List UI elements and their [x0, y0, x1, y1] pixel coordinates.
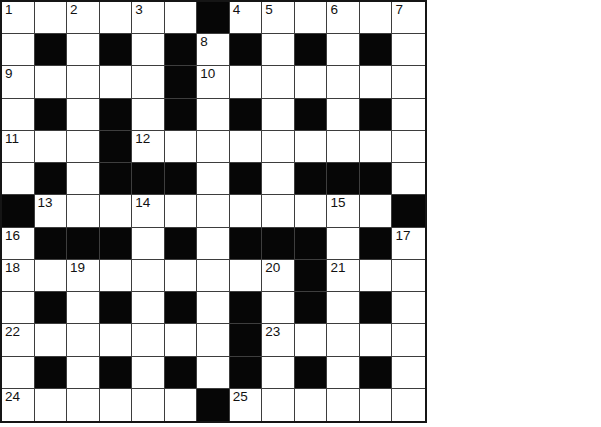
black-cell-r11c8 — [230, 324, 263, 356]
white-cell-r3c9[interactable] — [262, 66, 295, 98]
white-cell-r6c7[interactable] — [197, 163, 230, 195]
clue-number-5: 5 — [265, 3, 273, 17]
black-cell-r12c4 — [100, 357, 133, 389]
black-cell-r8c6 — [165, 228, 198, 260]
white-cell-r9c1[interactable]: 18 — [2, 260, 35, 292]
white-cell-r3c1[interactable]: 9 — [2, 66, 35, 98]
black-cell-r3c6 — [165, 66, 198, 98]
black-cell-r6c12 — [360, 163, 393, 195]
white-cell-r7c10[interactable] — [295, 195, 328, 227]
black-cell-r4c8 — [230, 99, 263, 131]
clue-number-4: 4 — [233, 3, 241, 17]
white-cell-r5c7[interactable] — [197, 131, 230, 163]
black-cell-r8c2 — [35, 228, 68, 260]
white-cell-r4c13[interactable] — [392, 99, 425, 131]
black-cell-r10c4 — [100, 292, 133, 324]
white-cell-r12c9[interactable] — [262, 357, 295, 389]
white-cell-r3c11[interactable] — [327, 66, 360, 98]
clue-number-16: 16 — [5, 229, 20, 243]
clue-number-18: 18 — [5, 261, 20, 275]
white-cell-r4c5[interactable] — [132, 99, 165, 131]
white-cell-r1c1[interactable]: 1 — [2, 2, 35, 34]
black-cell-r8c9 — [262, 228, 295, 260]
white-cell-r13c9[interactable] — [262, 389, 295, 421]
black-cell-r6c10 — [295, 163, 328, 195]
white-cell-r1c8[interactable]: 4 — [230, 2, 263, 34]
black-cell-r6c6 — [165, 163, 198, 195]
white-cell-r11c7[interactable] — [197, 324, 230, 356]
white-cell-r6c13[interactable] — [392, 163, 425, 195]
white-cell-r3c10[interactable] — [295, 66, 328, 98]
white-cell-r3c7[interactable]: 10 — [197, 66, 230, 98]
black-cell-r8c4 — [100, 228, 133, 260]
white-cell-r5c6[interactable] — [165, 131, 198, 163]
clue-number-3: 3 — [135, 3, 143, 17]
white-cell-r9c13[interactable] — [392, 260, 425, 292]
white-cell-r11c12[interactable] — [360, 324, 393, 356]
white-cell-r12c3[interactable] — [67, 357, 100, 389]
black-cell-r4c2 — [35, 99, 68, 131]
white-cell-r7c5[interactable]: 14 — [132, 195, 165, 227]
white-cell-r13c4[interactable] — [100, 389, 133, 421]
white-cell-r4c11[interactable] — [327, 99, 360, 131]
black-cell-r6c2 — [35, 163, 68, 195]
white-cell-r1c6[interactable] — [165, 2, 198, 34]
white-cell-r6c9[interactable] — [262, 163, 295, 195]
white-cell-r2c5[interactable] — [132, 34, 165, 66]
white-cell-r10c5[interactable] — [132, 292, 165, 324]
black-cell-r4c12 — [360, 99, 393, 131]
white-cell-r13c1[interactable]: 24 — [2, 389, 35, 421]
black-cell-r2c4 — [100, 34, 133, 66]
white-cell-r12c5[interactable] — [132, 357, 165, 389]
white-cell-r8c7[interactable] — [197, 228, 230, 260]
white-cell-r9c5[interactable] — [132, 260, 165, 292]
white-cell-r13c13[interactable] — [392, 389, 425, 421]
black-cell-r2c10 — [295, 34, 328, 66]
white-cell-r8c1[interactable]: 16 — [2, 228, 35, 260]
white-cell-r13c2[interactable] — [35, 389, 68, 421]
white-cell-r8c5[interactable] — [132, 228, 165, 260]
white-cell-r9c2[interactable] — [35, 260, 68, 292]
white-cell-r10c13[interactable] — [392, 292, 425, 324]
white-cell-r11c11[interactable] — [327, 324, 360, 356]
white-cell-r13c8[interactable]: 25 — [230, 389, 263, 421]
black-cell-r1c7 — [197, 2, 230, 34]
white-cell-r3c12[interactable] — [360, 66, 393, 98]
white-cell-r1c11[interactable]: 6 — [327, 2, 360, 34]
white-cell-r5c12[interactable] — [360, 131, 393, 163]
white-cell-r2c7[interactable]: 8 — [197, 34, 230, 66]
black-cell-r2c6 — [165, 34, 198, 66]
white-cell-r6c1[interactable] — [2, 163, 35, 195]
white-cell-r7c4[interactable] — [100, 195, 133, 227]
white-cell-r3c4[interactable] — [100, 66, 133, 98]
white-cell-r13c5[interactable] — [132, 389, 165, 421]
white-cell-r11c9[interactable]: 23 — [262, 324, 295, 356]
white-cell-r7c12[interactable] — [360, 195, 393, 227]
white-cell-r7c8[interactable] — [230, 195, 263, 227]
white-cell-r7c11[interactable]: 15 — [327, 195, 360, 227]
white-cell-r12c11[interactable] — [327, 357, 360, 389]
white-cell-r13c3[interactable] — [67, 389, 100, 421]
white-cell-r12c1[interactable] — [2, 357, 35, 389]
black-cell-r9c10 — [295, 260, 328, 292]
black-cell-r12c8 — [230, 357, 263, 389]
white-cell-r9c9[interactable]: 20 — [262, 260, 295, 292]
clue-number-7: 7 — [395, 3, 403, 17]
clue-number-24: 24 — [5, 390, 20, 404]
white-cell-r5c13[interactable] — [392, 131, 425, 163]
black-cell-r10c6 — [165, 292, 198, 324]
white-cell-r3c2[interactable] — [35, 66, 68, 98]
black-cell-r2c12 — [360, 34, 393, 66]
white-cell-r11c6[interactable] — [165, 324, 198, 356]
white-cell-r8c13[interactable]: 17 — [392, 228, 425, 260]
white-cell-r4c1[interactable] — [2, 99, 35, 131]
black-cell-r13c7 — [197, 389, 230, 421]
black-cell-r4c10 — [295, 99, 328, 131]
white-cell-r4c3[interactable] — [67, 99, 100, 131]
white-cell-r13c10[interactable] — [295, 389, 328, 421]
white-cell-r1c13[interactable]: 7 — [392, 2, 425, 34]
white-cell-r1c12[interactable] — [360, 2, 393, 34]
white-cell-r5c1[interactable]: 11 — [2, 131, 35, 163]
clue-number-22: 22 — [5, 325, 20, 339]
white-cell-r12c13[interactable] — [392, 357, 425, 389]
white-cell-r3c8[interactable] — [230, 66, 263, 98]
crossword-board: 1234567891011121314151617181920212223242… — [0, 0, 427, 423]
clue-number-13: 13 — [38, 196, 53, 210]
white-cell-r1c10[interactable] — [295, 2, 328, 34]
white-cell-r1c4[interactable] — [100, 2, 133, 34]
white-cell-r4c9[interactable] — [262, 99, 295, 131]
clue-number-20: 20 — [265, 261, 280, 275]
white-cell-r9c12[interactable] — [360, 260, 393, 292]
white-cell-r3c3[interactable] — [67, 66, 100, 98]
white-cell-r10c9[interactable] — [262, 292, 295, 324]
white-cell-r12c7[interactable] — [197, 357, 230, 389]
white-cell-r11c1[interactable]: 22 — [2, 324, 35, 356]
black-cell-r10c10 — [295, 292, 328, 324]
white-cell-r7c7[interactable] — [197, 195, 230, 227]
clue-number-15: 15 — [330, 196, 345, 210]
white-cell-r9c11[interactable]: 21 — [327, 260, 360, 292]
white-cell-r11c4[interactable] — [100, 324, 133, 356]
clue-number-2: 2 — [70, 3, 78, 17]
black-cell-r12c2 — [35, 357, 68, 389]
white-cell-r2c9[interactable] — [262, 34, 295, 66]
black-cell-r12c6 — [165, 357, 198, 389]
black-cell-r4c6 — [165, 99, 198, 131]
white-cell-r11c13[interactable] — [392, 324, 425, 356]
white-cell-r10c1[interactable] — [2, 292, 35, 324]
black-cell-r4c4 — [100, 99, 133, 131]
crossword-page: 1234567891011121314151617181920212223242… — [0, 0, 601, 427]
white-cell-r5c10[interactable] — [295, 131, 328, 163]
black-cell-r12c12 — [360, 357, 393, 389]
white-cell-r13c11[interactable] — [327, 389, 360, 421]
white-cell-r3c5[interactable] — [132, 66, 165, 98]
white-cell-r6c3[interactable] — [67, 163, 100, 195]
white-cell-r13c6[interactable] — [165, 389, 198, 421]
black-cell-r6c5 — [132, 163, 165, 195]
white-cell-r13c12[interactable] — [360, 389, 393, 421]
black-cell-r10c2 — [35, 292, 68, 324]
white-cell-r11c3[interactable] — [67, 324, 100, 356]
white-cell-r5c11[interactable] — [327, 131, 360, 163]
black-cell-r8c10 — [295, 228, 328, 260]
white-cell-r11c10[interactable] — [295, 324, 328, 356]
black-cell-r8c3 — [67, 228, 100, 260]
white-cell-r11c5[interactable] — [132, 324, 165, 356]
white-cell-r10c7[interactable] — [197, 292, 230, 324]
white-cell-r3c13[interactable] — [392, 66, 425, 98]
white-cell-r7c3[interactable] — [67, 195, 100, 227]
clue-number-8: 8 — [200, 35, 208, 49]
clue-number-1: 1 — [5, 3, 13, 17]
white-cell-r10c11[interactable] — [327, 292, 360, 324]
black-cell-r6c11 — [327, 163, 360, 195]
black-cell-r7c1 — [2, 195, 35, 227]
black-cell-r8c12 — [360, 228, 393, 260]
black-cell-r2c8 — [230, 34, 263, 66]
white-cell-r11c2[interactable] — [35, 324, 68, 356]
black-cell-r7c13 — [392, 195, 425, 227]
clue-number-10: 10 — [200, 67, 215, 81]
white-cell-r1c9[interactable]: 5 — [262, 2, 295, 34]
white-cell-r5c3[interactable] — [67, 131, 100, 163]
white-cell-r1c3[interactable]: 2 — [67, 2, 100, 34]
white-cell-r2c3[interactable] — [67, 34, 100, 66]
white-cell-r8c11[interactable] — [327, 228, 360, 260]
white-cell-r5c9[interactable] — [262, 131, 295, 163]
black-cell-r10c12 — [360, 292, 393, 324]
white-cell-r9c7[interactable] — [197, 260, 230, 292]
clue-number-12: 12 — [135, 132, 150, 146]
white-cell-r5c5[interactable]: 12 — [132, 131, 165, 163]
white-cell-r9c3[interactable]: 19 — [67, 260, 100, 292]
clue-number-11: 11 — [5, 132, 19, 146]
clue-number-21: 21 — [330, 261, 345, 275]
clue-number-6: 6 — [330, 3, 338, 17]
clue-number-25: 25 — [233, 390, 248, 404]
white-cell-r7c6[interactable] — [165, 195, 198, 227]
white-cell-r5c2[interactable] — [35, 131, 68, 163]
clue-number-23: 23 — [265, 325, 280, 339]
white-cell-r1c2[interactable] — [35, 2, 68, 34]
white-cell-r2c1[interactable] — [2, 34, 35, 66]
white-cell-r7c2[interactable]: 13 — [35, 195, 68, 227]
white-cell-r7c9[interactable] — [262, 195, 295, 227]
clue-number-9: 9 — [5, 67, 13, 81]
black-cell-r6c4 — [100, 163, 133, 195]
white-cell-r2c13[interactable] — [392, 34, 425, 66]
clue-number-19: 19 — [70, 261, 85, 275]
white-cell-r5c8[interactable] — [230, 131, 263, 163]
white-cell-r9c6[interactable] — [165, 260, 198, 292]
black-cell-r12c10 — [295, 357, 328, 389]
clue-number-17: 17 — [395, 229, 410, 243]
black-cell-r10c8 — [230, 292, 263, 324]
white-cell-r9c8[interactable] — [230, 260, 263, 292]
black-cell-r6c8 — [230, 163, 263, 195]
black-cell-r8c8 — [230, 228, 263, 260]
white-cell-r4c7[interactable] — [197, 99, 230, 131]
black-cell-r2c2 — [35, 34, 68, 66]
white-cell-r1c5[interactable]: 3 — [132, 2, 165, 34]
white-cell-r10c3[interactable] — [67, 292, 100, 324]
clue-number-14: 14 — [135, 196, 150, 210]
white-cell-r2c11[interactable] — [327, 34, 360, 66]
white-cell-r9c4[interactable] — [100, 260, 133, 292]
black-cell-r5c4 — [100, 131, 133, 163]
